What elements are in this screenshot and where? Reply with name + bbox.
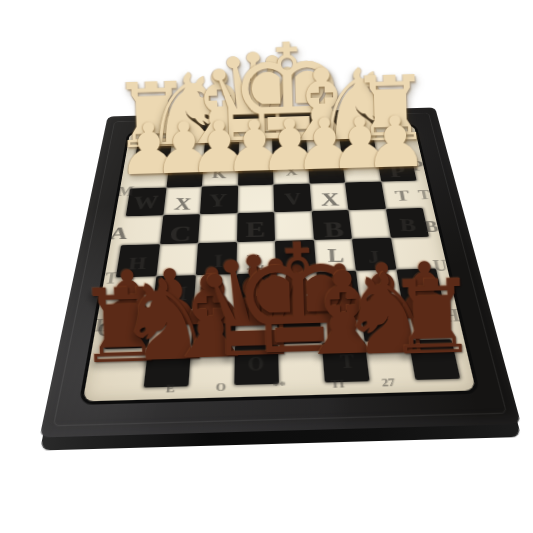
chess-scene: MNUKXPWXYVXTACEBBHILLJMKXWGHILHOTMTHPTBU… xyxy=(0,0,533,533)
photo-backdrop: MNUKXPWXYVXTACEBBHILLJMKXWGHILHOTMTHPTBU… xyxy=(0,0,533,533)
piece-dark-rook[interactable]: ♜ xyxy=(385,270,479,366)
pieces-layer: ♜♞♝♛♚♝♞♜♟♟♟♟♟♟♟♟♟♟♟♟♟♟♟♟♜♞♝♛♚♝♞♜ xyxy=(0,0,533,533)
piece-light-pawn[interactable]: ♟ xyxy=(363,108,428,175)
